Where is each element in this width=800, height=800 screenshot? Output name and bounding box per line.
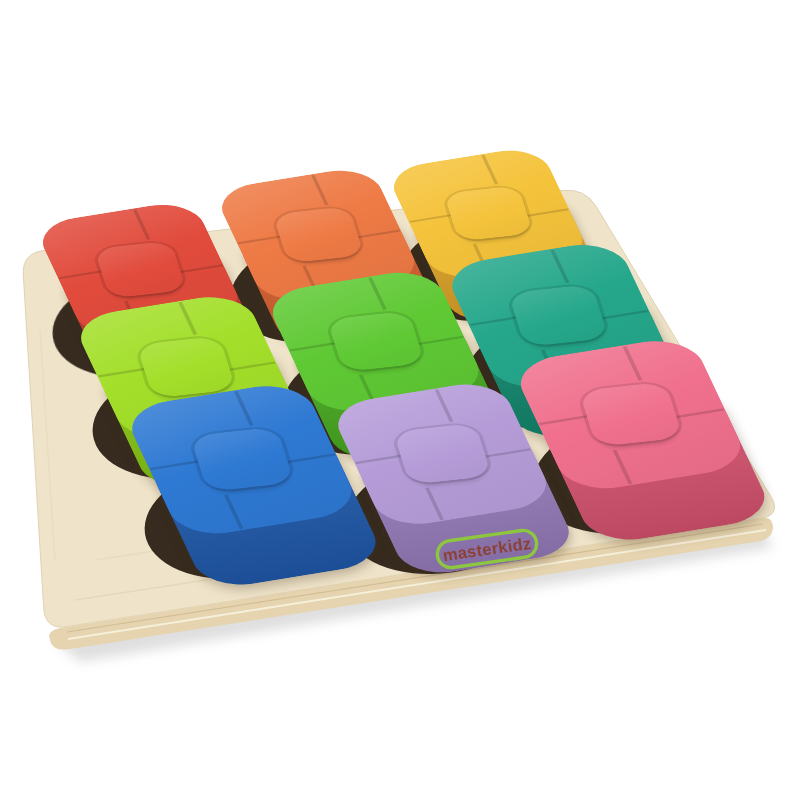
product-photo-scene: masterkidz: [0, 0, 800, 800]
